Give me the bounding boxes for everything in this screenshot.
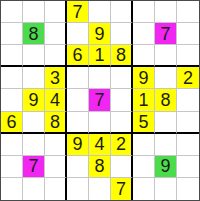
cell-r7c4[interactable]: 9 [67, 134, 89, 156]
cell-r3c9[interactable] [177, 45, 199, 67]
cell-r7c1[interactable] [1, 134, 23, 156]
cell-r3c5[interactable]: 1 [89, 45, 111, 67]
cell-r3c4[interactable]: 6 [67, 45, 89, 67]
cell-r2c9[interactable] [177, 23, 199, 45]
cell-r6c4[interactable] [67, 112, 89, 134]
cell-r8c1[interactable] [1, 156, 23, 178]
cell-r6c1[interactable]: 6 [1, 112, 23, 134]
cell-r4c8[interactable] [155, 67, 177, 89]
cell-r5c5[interactable]: 7 [89, 89, 111, 111]
cell-r7c8[interactable] [155, 134, 177, 156]
cell-r9c6[interactable]: 7 [111, 178, 133, 200]
cell-r9c1[interactable] [1, 178, 23, 200]
cell-r8c6[interactable] [111, 156, 133, 178]
cell-r3c2[interactable] [23, 45, 45, 67]
cell-r5c8[interactable]: 8 [155, 89, 177, 111]
cell-r4c7[interactable]: 9 [133, 67, 155, 89]
cell-r4c2[interactable] [23, 67, 45, 89]
cell-r8c7[interactable] [133, 156, 155, 178]
cell-r1c9[interactable] [177, 1, 199, 23]
cell-r2c2[interactable]: 8 [23, 23, 45, 45]
cell-r7c7[interactable] [133, 134, 155, 156]
cell-r2c7[interactable] [133, 23, 155, 45]
cell-r2c4[interactable] [67, 23, 89, 45]
cell-r7c6[interactable]: 2 [111, 134, 133, 156]
cell-r9c8[interactable] [155, 178, 177, 200]
cell-r9c7[interactable] [133, 178, 155, 200]
cell-r8c9[interactable] [177, 156, 199, 178]
cell-r9c2[interactable] [23, 178, 45, 200]
cell-r8c8[interactable]: 9 [155, 156, 177, 178]
cell-r9c5[interactable] [89, 178, 111, 200]
cell-r2c1[interactable] [1, 23, 23, 45]
cell-r3c1[interactable] [1, 45, 23, 67]
cell-r9c4[interactable] [67, 178, 89, 200]
cell-r5c1[interactable] [1, 89, 23, 111]
cell-r2c6[interactable] [111, 23, 133, 45]
cell-r1c7[interactable] [133, 1, 155, 23]
cell-r2c8[interactable]: 7 [155, 23, 177, 45]
cell-r6c7[interactable]: 5 [133, 112, 155, 134]
cell-r1c3[interactable] [45, 1, 67, 23]
cell-r4c4[interactable] [67, 67, 89, 89]
cell-r4c6[interactable] [111, 67, 133, 89]
cell-r5c3[interactable]: 4 [45, 89, 67, 111]
cell-r1c4[interactable]: 7 [67, 1, 89, 23]
cell-r3c6[interactable]: 8 [111, 45, 133, 67]
cell-r3c8[interactable] [155, 45, 177, 67]
cell-r1c1[interactable] [1, 1, 23, 23]
cell-r9c9[interactable] [177, 178, 199, 200]
cell-r2c5[interactable]: 9 [89, 23, 111, 45]
cell-r8c3[interactable] [45, 156, 67, 178]
cell-r3c7[interactable] [133, 45, 155, 67]
cell-r7c2[interactable] [23, 134, 45, 156]
cell-r9c3[interactable] [45, 178, 67, 200]
cell-r4c9[interactable]: 2 [177, 67, 199, 89]
cell-r4c1[interactable] [1, 67, 23, 89]
cell-r5c7[interactable]: 1 [133, 89, 155, 111]
cell-r5c4[interactable] [67, 89, 89, 111]
cell-r7c9[interactable] [177, 134, 199, 156]
cell-r7c5[interactable]: 4 [89, 134, 111, 156]
cell-r6c5[interactable] [89, 112, 111, 134]
cell-r3c3[interactable] [45, 45, 67, 67]
cell-r4c3[interactable]: 3 [45, 67, 67, 89]
cell-r8c5[interactable]: 8 [89, 156, 111, 178]
cell-r1c5[interactable] [89, 1, 111, 23]
cell-r5c6[interactable] [111, 89, 133, 111]
sudoku-board: 7897618392947186859427897 [0, 0, 200, 201]
cell-r5c9[interactable] [177, 89, 199, 111]
cell-r8c2[interactable]: 7 [23, 156, 45, 178]
cell-r5c2[interactable]: 9 [23, 89, 45, 111]
cell-r6c9[interactable] [177, 112, 199, 134]
cell-r1c2[interactable] [23, 1, 45, 23]
cell-r6c2[interactable] [23, 112, 45, 134]
cell-r1c6[interactable] [111, 1, 133, 23]
cell-r2c3[interactable] [45, 23, 67, 45]
cell-r6c3[interactable]: 8 [45, 112, 67, 134]
cell-r4c5[interactable] [89, 67, 111, 89]
cell-r8c4[interactable] [67, 156, 89, 178]
cell-r6c8[interactable] [155, 112, 177, 134]
cell-r6c6[interactable] [111, 112, 133, 134]
cell-r1c8[interactable] [155, 1, 177, 23]
cell-r7c3[interactable] [45, 134, 67, 156]
